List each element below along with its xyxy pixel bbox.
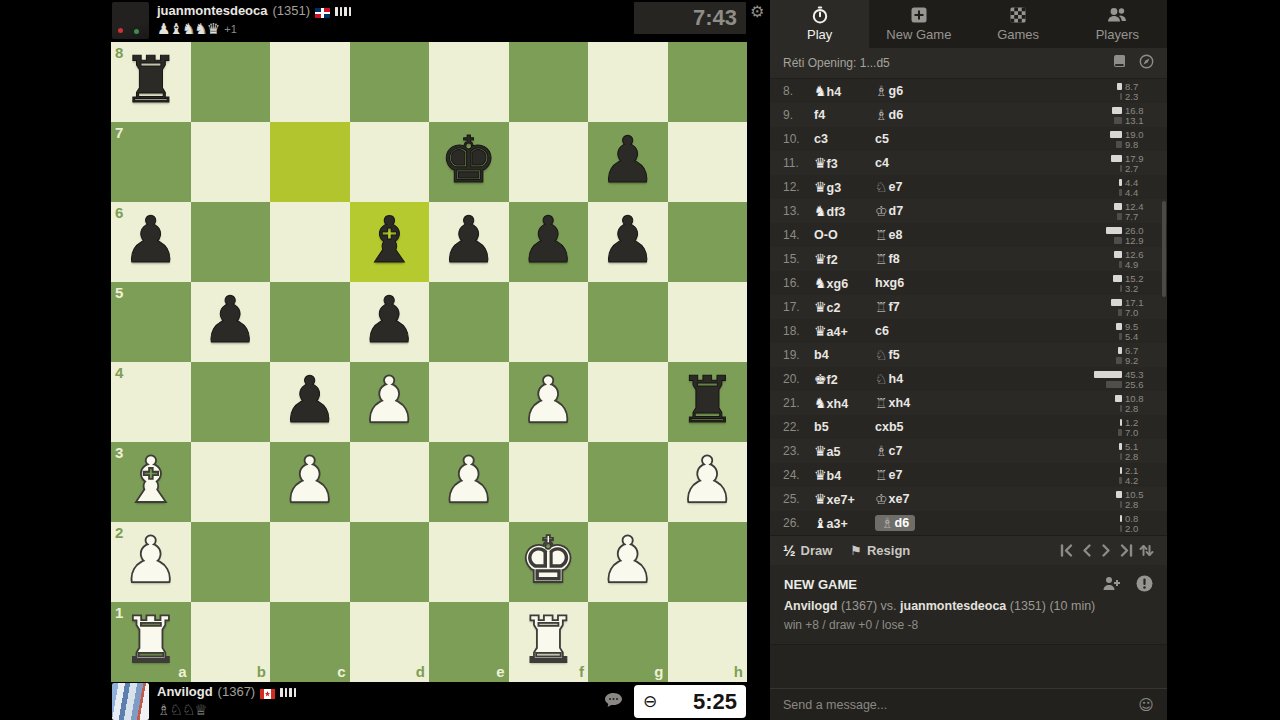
square-d8[interactable] <box>350 42 430 122</box>
square-d6[interactable]: ♝ <box>350 202 430 282</box>
move-row-13: 13.♞df3♔d712.47.7 <box>770 199 1167 223</box>
square-e7[interactable]: ♚ <box>429 122 509 202</box>
square-f8[interactable] <box>509 42 589 122</box>
time-seconds: 2.3 <box>1125 92 1154 101</box>
white-time-bar <box>1111 155 1122 162</box>
white-move[interactable]: ♛c2 <box>814 300 875 315</box>
square-g4[interactable] <box>588 362 668 442</box>
move-san: h4 <box>889 372 904 386</box>
white-move[interactable]: ♞df3 <box>814 204 875 219</box>
black-move[interactable]: hxg6 <box>875 276 1058 290</box>
white-move[interactable]: ♞h4 <box>814 84 875 99</box>
move-times: 8.72.3 <box>1058 82 1167 101</box>
move-san: a5 <box>827 445 841 459</box>
square-a2[interactable]: 2♟ <box>111 522 191 602</box>
black-move[interactable]: ♔d7 <box>875 204 1058 218</box>
time-seconds: 15.2 <box>1125 274 1154 283</box>
game-controls: ½ Draw ⚑ Resign <box>770 535 1167 565</box>
white-king-f2[interactable]: ♚ <box>509 522 589 602</box>
bottom-player-avatar[interactable] <box>112 683 149 720</box>
white-move[interactable]: b5 <box>814 420 875 434</box>
move-san: f2 <box>827 373 838 387</box>
black-pawn-a6[interactable]: ♟ <box>111 202 191 282</box>
add-friend-icon[interactable] <box>1102 576 1120 595</box>
move-row-19: 19.b4♘f56.79.2 <box>770 343 1167 367</box>
tab-label: New Game <box>886 27 951 42</box>
square-h6[interactable] <box>668 202 748 282</box>
white-move[interactable]: ♞xg6 <box>814 276 875 291</box>
square-f7[interactable] <box>509 122 589 202</box>
black-pawn-g6[interactable]: ♟ <box>588 202 668 282</box>
square-e5[interactable] <box>429 282 509 362</box>
move-number: 12. <box>770 180 806 194</box>
white-pawn-g2[interactable]: ♟ <box>588 522 668 602</box>
time-seconds: 10.8 <box>1125 394 1154 403</box>
black-pawn-d5[interactable]: ♟ <box>350 282 430 362</box>
square-d4[interactable]: ♟ <box>350 362 430 442</box>
square-b3[interactable] <box>191 442 271 522</box>
black-piece-letter-icon: ♔ <box>875 204 888 218</box>
move-row-10: 10.c3c519.09.8 <box>770 127 1167 151</box>
white-piece-letter-icon: ♞ <box>814 83 827 99</box>
white-piece-letter-icon: ♛ <box>814 323 827 339</box>
square-d3[interactable] <box>350 442 430 522</box>
time-seconds: 7.0 <box>1125 428 1154 437</box>
top-player-avatar[interactable] <box>112 2 149 39</box>
move-number: 15. <box>770 252 806 266</box>
players-icon <box>1107 6 1127 24</box>
square-e8[interactable] <box>429 42 509 122</box>
black-time-bar <box>1117 213 1122 220</box>
square-e4[interactable] <box>429 362 509 442</box>
move-san: xe7 <box>889 492 910 506</box>
white-piece-letter-icon: ♛ <box>814 467 827 483</box>
black-bishop-d6[interactable]: ♝ <box>350 202 430 282</box>
black-move[interactable]: c6 <box>875 324 1058 338</box>
white-move[interactable]: ♛a5 <box>814 444 875 459</box>
square-g6[interactable]: ♟ <box>588 202 668 282</box>
move-times: 4.44.4 <box>1058 178 1167 197</box>
black-piece-letter-icon: ♗ <box>875 444 888 458</box>
time-seconds: 9.5 <box>1125 322 1154 331</box>
top-player-clock: 7:43 <box>634 2 746 34</box>
black-king-e7[interactable]: ♚ <box>429 122 509 202</box>
stopwatch-icon <box>811 6 829 24</box>
black-time-bar <box>1116 141 1122 148</box>
move-row-17: 17.♛c2♖f717.17.0 <box>770 295 1167 319</box>
square-d5[interactable]: ♟ <box>350 282 430 362</box>
file-label-e: e <box>496 664 504 679</box>
move-row-24: 24.♛b4♖e72.14.2 <box>770 463 1167 487</box>
black-piece-letter-icon: ♘ <box>875 372 888 386</box>
square-h1[interactable]: h <box>668 602 748 682</box>
settings-gear-icon[interactable]: ⚙ <box>750 2 764 21</box>
square-h7[interactable] <box>668 122 748 202</box>
time-seconds: 2.1 <box>1125 466 1154 475</box>
move-times: 6.79.2 <box>1058 346 1167 365</box>
white-move[interactable]: ♛xe7+ <box>814 492 875 507</box>
move-san: f5 <box>889 348 900 362</box>
square-b8[interactable] <box>191 42 271 122</box>
time-seconds: 17.1 <box>1125 298 1154 307</box>
black-pawn-g7[interactable]: ♟ <box>588 122 668 202</box>
file-label-g: g <box>654 664 663 679</box>
time-seconds: 6.7 <box>1125 346 1154 355</box>
white-piece-letter-icon: ♛ <box>814 251 827 267</box>
rank-label-7: 7 <box>115 125 123 140</box>
square-e1[interactable]: e <box>429 602 509 682</box>
tab-games[interactable]: Games <box>969 0 1068 48</box>
black-time-bar <box>1120 525 1122 532</box>
white-piece-letter-icon: ♞ <box>814 275 827 291</box>
square-h2[interactable] <box>668 522 748 602</box>
square-b1[interactable]: b <box>191 602 271 682</box>
move-san: c2 <box>827 301 841 315</box>
black-time-bar <box>1120 165 1122 172</box>
time-seconds: 4.4 <box>1125 178 1154 187</box>
move-san: g6 <box>889 84 904 98</box>
time-seconds: 3.2 <box>1125 284 1154 293</box>
square-g3[interactable] <box>588 442 668 522</box>
square-a4[interactable]: 4 <box>111 362 191 442</box>
black-move[interactable]: ♗c7 <box>875 444 1058 458</box>
black-time-bar <box>1120 453 1122 460</box>
time-seconds: 5.1 <box>1125 442 1154 451</box>
square-c7[interactable] <box>270 122 350 202</box>
square-c2[interactable] <box>270 522 350 602</box>
square-c6[interactable] <box>270 202 350 282</box>
white-pawn-a2[interactable]: ♟ <box>111 522 191 602</box>
square-a6[interactable]: 6♟ <box>111 202 191 282</box>
draw-button[interactable]: ½ Draw <box>783 542 832 559</box>
move-number: 22. <box>770 420 806 434</box>
move-row-15: 15.♛f2♖f812.64.9 <box>770 247 1167 271</box>
move-san: a4+ <box>827 325 848 339</box>
white-pawn-f4[interactable]: ♟ <box>509 362 589 442</box>
games-icon <box>1009 6 1027 24</box>
black-piece-letter-icon: ♖ <box>875 228 888 242</box>
square-c4[interactable]: ♟ <box>270 362 350 442</box>
square-d1[interactable]: d <box>350 602 430 682</box>
square-b7[interactable] <box>191 122 271 202</box>
game-column: juanmontesdeoca (1351) ♟♝♞♞♛ +1 7:43 8♜7… <box>111 0 747 720</box>
move-times: 26.012.9 <box>1058 226 1167 245</box>
square-c1[interactable]: c <box>270 602 350 682</box>
black-move[interactable]: ♗d6 <box>875 515 1058 531</box>
black-move[interactable]: ♔xe7 <box>875 492 1058 506</box>
top-player-rating: (1351) <box>273 3 311 19</box>
new-game-title: NEW GAME <box>784 577 1153 592</box>
top-player-name[interactable]: juanmontesdeoca <box>157 3 268 19</box>
white-pawn-c3[interactable]: ♟ <box>270 442 350 522</box>
black-time-bar <box>1119 477 1122 484</box>
file-label-h: h <box>734 664 743 679</box>
white-move[interactable]: ♛a4+ <box>814 324 875 339</box>
move-row-26: 26.♝a3+♗d60.82.0 <box>770 511 1167 535</box>
move-times: 2.14.2 <box>1058 466 1167 485</box>
side-panel: PlayNew GameGamesPlayers Réti Opening: 1… <box>770 0 1167 720</box>
chess-board[interactable]: 8♜7♚♟6♟♝♟♟♟5♟♟4♟♟♟♜3♝♟♟♟2♟♚♟1a♜bcdef♜gh <box>111 42 747 682</box>
canada-flag-icon <box>260 687 275 697</box>
white-time-bar <box>1113 275 1122 282</box>
white-piece-letter-icon: ♞ <box>814 395 827 411</box>
square-d2[interactable] <box>350 522 430 602</box>
black-move[interactable]: ♗g6 <box>875 84 1058 98</box>
square-c3[interactable]: ♟ <box>270 442 350 522</box>
move-san: b4 <box>814 348 829 362</box>
bottom-captured-pieces: ♗♘♘♕ <box>157 702 296 718</box>
chat-bubble-icon[interactable] <box>604 692 623 712</box>
white-move[interactable]: ♝a3+ <box>814 516 875 531</box>
move-times: 9.55.4 <box>1058 322 1167 341</box>
white-move[interactable]: b4 <box>814 348 875 362</box>
move-times: 10.52.8 <box>1058 490 1167 509</box>
black-move[interactable]: c4 <box>875 156 1058 170</box>
move-times: 45.325.6 <box>1058 370 1167 389</box>
time-seconds: 2.7 <box>1125 164 1154 173</box>
move-san: c6 <box>875 324 889 338</box>
matchup-line: Anvilogd (1367) vs. juanmontesdeoca (135… <box>784 599 1153 613</box>
move-san: O-O <box>814 228 838 242</box>
black-piece-letter-icon: ♖ <box>875 396 888 410</box>
black-move[interactable]: cxb5 <box>875 420 1058 434</box>
square-c8[interactable] <box>270 42 350 122</box>
move-row-18: 18.♛a4+c69.55.4 <box>770 319 1167 343</box>
square-h4[interactable]: ♜ <box>668 362 748 442</box>
white-time-bar <box>1114 203 1122 210</box>
black-time-bar <box>1120 405 1122 412</box>
square-f1[interactable]: f♜ <box>509 602 589 682</box>
move-san: c7 <box>889 444 903 458</box>
black-rook-a8[interactable]: ♜ <box>111 42 191 122</box>
square-a1[interactable]: 1a♜ <box>111 602 191 682</box>
square-e2[interactable] <box>429 522 509 602</box>
black-pawn-e6[interactable]: ♟ <box>429 202 509 282</box>
square-g2[interactable]: ♟ <box>588 522 668 602</box>
move-number: 11. <box>770 156 806 170</box>
white-time-bar <box>1110 131 1122 138</box>
time-seconds: 9.8 <box>1125 140 1154 149</box>
black-pawn-b5[interactable]: ♟ <box>191 282 271 362</box>
square-a7[interactable]: 7 <box>111 122 191 202</box>
white-time-bar <box>1106 227 1122 234</box>
nav-last-move-button[interactable] <box>1118 543 1134 558</box>
move-row-22: 22.b5cxb51.27.0 <box>770 415 1167 439</box>
white-time-bar <box>1115 395 1122 402</box>
black-time-bar <box>1116 357 1122 364</box>
white-bishop-a3[interactable]: ♝ <box>111 442 191 522</box>
white-pawn-d4[interactable]: ♟ <box>350 362 430 442</box>
white-move[interactable]: O-O <box>814 228 875 242</box>
black-move[interactable]: ♖e8 <box>875 228 1058 242</box>
square-g8[interactable] <box>588 42 668 122</box>
move-number: 17. <box>770 300 806 314</box>
black-time-bar <box>1120 285 1122 292</box>
time-seconds: 1.2 <box>1125 418 1154 427</box>
black-piece-letter-icon: ♘ <box>875 348 888 362</box>
white-time-bar <box>1116 491 1123 498</box>
square-a5[interactable]: 5 <box>111 282 191 362</box>
nav-next-move-button[interactable] <box>1099 543 1113 558</box>
opening-book-icon[interactable] <box>1112 54 1127 72</box>
chat-input-bar[interactable]: Send a message... ☺ <box>770 688 1167 720</box>
move-san: xe7+ <box>827 493 855 507</box>
square-h8[interactable] <box>668 42 748 122</box>
time-seconds: 2.8 <box>1125 404 1154 413</box>
black-time-bar <box>1118 309 1122 316</box>
square-d7[interactable] <box>350 122 430 202</box>
rank-label-5: 5 <box>115 285 123 300</box>
time-seconds: 4.2 <box>1125 476 1154 485</box>
white-move[interactable]: ♛f3 <box>814 156 875 171</box>
move-times: 1.27.0 <box>1058 418 1167 437</box>
square-f3[interactable] <box>509 442 589 522</box>
square-f2[interactable]: ♚ <box>509 522 589 602</box>
white-time-bar <box>1112 107 1122 114</box>
tab-label: Games <box>997 27 1039 42</box>
black-pawn-c4[interactable]: ♟ <box>270 362 350 442</box>
white-move[interactable]: ♚f2 <box>814 372 875 387</box>
move-row-12: 12.♛g3♘e74.44.4 <box>770 175 1167 199</box>
black-move[interactable]: ♗d6 <box>875 108 1058 122</box>
move-number: 25. <box>770 492 806 506</box>
square-a8[interactable]: 8♜ <box>111 42 191 122</box>
white-move[interactable]: c3 <box>814 132 875 146</box>
square-g5[interactable] <box>588 282 668 362</box>
white-move[interactable]: ♛b4 <box>814 468 875 483</box>
new-game-icon <box>910 6 928 24</box>
black-rook-h4[interactable]: ♜ <box>668 362 748 442</box>
square-h5[interactable] <box>668 282 748 362</box>
square-a3[interactable]: 3♝ <box>111 442 191 522</box>
white-move[interactable]: f4 <box>814 108 875 122</box>
black-piece-letter-icon: ♖ <box>875 252 888 266</box>
alert-icon[interactable] <box>1136 575 1153 596</box>
emoji-icon[interactable]: ☺ <box>1138 696 1154 714</box>
move-list-scrollbar[interactable] <box>1162 201 1166 297</box>
square-b6[interactable] <box>191 202 271 282</box>
square-h3[interactable]: ♟ <box>668 442 748 522</box>
black-move[interactable]: ♖xh4 <box>875 396 1058 410</box>
square-g7[interactable]: ♟ <box>588 122 668 202</box>
move-number: 19. <box>770 348 806 362</box>
square-e6[interactable]: ♟ <box>429 202 509 282</box>
time-seconds: 4.4 <box>1125 188 1154 197</box>
white-rook-f1[interactable]: ♜ <box>509 602 589 682</box>
nav-first-move-button[interactable] <box>1059 543 1075 558</box>
move-san: xh4 <box>889 396 911 410</box>
black-move[interactable]: ♖e7 <box>875 468 1058 482</box>
chat-input-placeholder: Send a message... <box>783 698 887 712</box>
white-time-bar <box>1118 347 1122 354</box>
white-move[interactable]: ♞xh4 <box>814 396 875 411</box>
bottom-player-clock: ⊖ 5:25 <box>634 685 746 718</box>
bottom-player-bar: Anvilogd (1367) ♗♘♘♕ ⊖ 5:25 <box>111 681 747 720</box>
white-pawn-h3[interactable]: ♟ <box>668 442 748 522</box>
square-b4[interactable] <box>191 362 271 442</box>
black-move[interactable]: c5 <box>875 132 1058 146</box>
black-pawn-f6[interactable]: ♟ <box>509 202 589 282</box>
time-seconds: 10.5 <box>1125 490 1154 499</box>
white-piece-letter-icon: ♛ <box>814 179 827 195</box>
explore-compass-icon[interactable] <box>1139 54 1154 72</box>
move-san: f3 <box>827 157 838 171</box>
square-f4[interactable]: ♟ <box>509 362 589 442</box>
tab-label: Players <box>1096 27 1139 42</box>
black-time-bar <box>1120 501 1122 508</box>
white-piece-letter-icon: ♝ <box>814 515 827 531</box>
move-times: 16.813.1 <box>1058 106 1167 125</box>
white-pawn-e3[interactable]: ♟ <box>429 442 509 522</box>
white-time-bar <box>1119 179 1122 186</box>
move-number: 10. <box>770 132 806 146</box>
time-seconds: 12.9 <box>1125 236 1154 245</box>
move-number: 16. <box>770 276 806 290</box>
move-san: xg6 <box>827 277 849 291</box>
white-rook-a1[interactable]: ♜ <box>111 602 191 682</box>
square-c5[interactable] <box>270 282 350 362</box>
tab-play[interactable]: Play <box>770 0 869 48</box>
move-san: b5 <box>814 420 829 434</box>
square-g1[interactable]: g <box>588 602 668 682</box>
time-seconds: 2.8 <box>1125 500 1154 509</box>
white-piece-letter-icon: ♛ <box>814 155 827 171</box>
file-label-c: c <box>337 664 345 679</box>
move-number: 21. <box>770 396 806 410</box>
white-piece-letter-icon: ♚ <box>814 371 827 387</box>
material-advantage: +1 <box>224 23 237 35</box>
black-move[interactable]: ♘e7 <box>875 180 1058 194</box>
bottom-player-name[interactable]: Anvilogd <box>157 684 213 700</box>
black-move[interactable]: ♘f5 <box>875 348 1058 362</box>
white-piece-letter-icon: ♛ <box>814 443 827 459</box>
nav-prev-move-button[interactable] <box>1080 543 1094 558</box>
square-f6[interactable]: ♟ <box>509 202 589 282</box>
rank-label-4: 4 <box>115 365 123 380</box>
black-time-bar <box>1114 237 1122 244</box>
resign-button[interactable]: ⚑ Resign <box>850 543 910 558</box>
square-b2[interactable] <box>191 522 271 602</box>
black-time-bar <box>1114 117 1122 124</box>
move-number: 8. <box>770 84 806 98</box>
white-time-bar <box>1117 83 1122 90</box>
black-move[interactable]: ♖f8 <box>875 252 1058 266</box>
white-time-bar <box>1114 251 1122 258</box>
white-time-bar <box>1120 419 1122 426</box>
move-san: f4 <box>814 108 825 122</box>
move-list: 8.♞h4♗g68.72.39.f4♗d616.813.110.c3c519.0… <box>770 79 1167 535</box>
white-move[interactable]: ♛f2 <box>814 252 875 267</box>
top-player-bar: juanmontesdeoca (1351) ♟♝♞♞♛ +1 7:43 <box>111 0 747 42</box>
square-b5[interactable]: ♟ <box>191 282 271 362</box>
opening-name: Réti Opening: 1...d5 <box>783 56 890 70</box>
time-seconds: 9.2 <box>1125 356 1154 365</box>
white-move[interactable]: ♛g3 <box>814 180 875 195</box>
move-san: cxb5 <box>875 420 904 434</box>
tab-new-game[interactable]: New Game <box>869 0 968 48</box>
move-row-16: 16.♞xg6hxg615.23.2 <box>770 271 1167 295</box>
flip-board-button[interactable] <box>1139 543 1154 558</box>
tab-players[interactable]: Players <box>1068 0 1167 48</box>
connection-bars-icon <box>280 688 296 697</box>
black-move[interactable]: ♘h4 <box>875 372 1058 386</box>
square-e3[interactable]: ♟ <box>429 442 509 522</box>
square-f5[interactable] <box>509 282 589 362</box>
black-move[interactable]: ♖f7 <box>875 300 1058 314</box>
black-time-bar <box>1119 261 1122 268</box>
connection-bars-icon <box>335 7 351 16</box>
black-time-bar <box>1120 93 1122 100</box>
